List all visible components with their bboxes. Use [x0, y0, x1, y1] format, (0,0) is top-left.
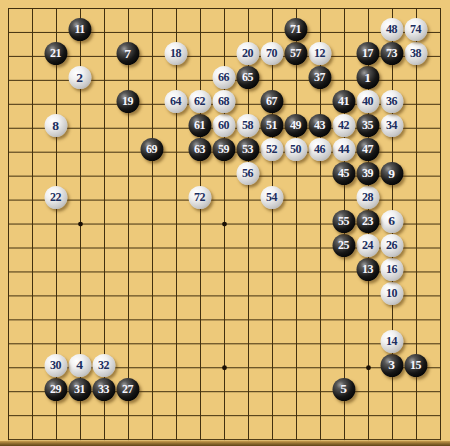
stone-black-25: 25	[332, 234, 355, 257]
stone-black-29: 29	[44, 378, 67, 401]
go-kifu-screenshot: 1234567891011121314151617181920212223242…	[0, 0, 450, 446]
stone-black-59: 59	[212, 138, 235, 161]
stone-white-34: 34	[380, 114, 403, 137]
stone-white-22: 22	[44, 186, 67, 209]
stone-white-66: 66	[212, 66, 235, 89]
stone-white-58: 58	[236, 114, 259, 137]
stone-black-43: 43	[308, 114, 331, 137]
stone-black-67: 67	[260, 90, 283, 113]
stone-black-49: 49	[284, 114, 307, 137]
stone-white-14: 14	[380, 330, 403, 353]
goban: 1234567891011121314151617181920212223242…	[0, 0, 450, 446]
stone-white-52: 52	[260, 138, 283, 161]
stone-white-12: 12	[308, 42, 331, 65]
stone-black-61: 61	[188, 114, 211, 137]
stone-white-30: 30	[44, 354, 67, 377]
stone-black-37: 37	[308, 66, 331, 89]
stone-white-62: 62	[188, 90, 211, 113]
stone-black-45: 45	[332, 162, 355, 185]
stone-black-3: 3	[380, 354, 403, 377]
stone-black-41: 41	[332, 90, 355, 113]
stone-black-15: 15	[404, 354, 427, 377]
stone-white-38: 38	[404, 42, 427, 65]
stone-white-46: 46	[308, 138, 331, 161]
stone-white-48: 48	[380, 18, 403, 41]
stone-white-64: 64	[164, 90, 187, 113]
stone-white-60: 60	[212, 114, 235, 137]
stone-white-24: 24	[356, 234, 379, 257]
stone-black-51: 51	[260, 114, 283, 137]
stone-black-17: 17	[356, 42, 379, 65]
stone-white-10: 10	[380, 282, 403, 305]
stone-black-63: 63	[188, 138, 211, 161]
stone-black-71: 71	[284, 18, 307, 41]
board-bottom-edge-shadow	[0, 441, 450, 446]
stone-white-68: 68	[212, 90, 235, 113]
stone-black-5: 5	[332, 378, 355, 401]
stone-black-33: 33	[92, 378, 115, 401]
stone-black-35: 35	[356, 114, 379, 137]
stone-white-20: 20	[236, 42, 259, 65]
stone-black-1: 1	[356, 66, 379, 89]
stone-white-8: 8	[44, 114, 67, 137]
stone-black-57: 57	[284, 42, 307, 65]
stone-white-6: 6	[380, 210, 403, 233]
stone-white-2: 2	[68, 66, 91, 89]
stone-white-18: 18	[164, 42, 187, 65]
stone-black-21: 21	[44, 42, 67, 65]
stone-white-42: 42	[332, 114, 355, 137]
stone-black-47: 47	[356, 138, 379, 161]
stone-black-19: 19	[116, 90, 139, 113]
stone-white-44: 44	[332, 138, 355, 161]
stone-white-16: 16	[380, 258, 403, 281]
stone-black-13: 13	[356, 258, 379, 281]
stone-white-36: 36	[380, 90, 403, 113]
stone-black-55: 55	[332, 210, 355, 233]
stone-black-65: 65	[236, 66, 259, 89]
stone-black-7: 7	[116, 42, 139, 65]
stone-white-50: 50	[284, 138, 307, 161]
stone-white-54: 54	[260, 186, 283, 209]
stone-white-56: 56	[236, 162, 259, 185]
stone-white-26: 26	[380, 234, 403, 257]
stone-white-70: 70	[260, 42, 283, 65]
stone-grid: 1234567891011121314151617181920212223242…	[0, 0, 450, 446]
stone-white-32: 32	[92, 354, 115, 377]
stone-black-11: 11	[68, 18, 91, 41]
stone-black-69: 69	[140, 138, 163, 161]
stone-white-74: 74	[404, 18, 427, 41]
stone-black-9: 9	[380, 162, 403, 185]
stone-white-4: 4	[68, 354, 91, 377]
stone-white-40: 40	[356, 90, 379, 113]
stone-black-27: 27	[116, 378, 139, 401]
stone-black-31: 31	[68, 378, 91, 401]
stone-white-72: 72	[188, 186, 211, 209]
stone-white-28: 28	[356, 186, 379, 209]
stone-black-23: 23	[356, 210, 379, 233]
stone-black-39: 39	[356, 162, 379, 185]
stone-black-53: 53	[236, 138, 259, 161]
stone-black-73: 73	[380, 42, 403, 65]
